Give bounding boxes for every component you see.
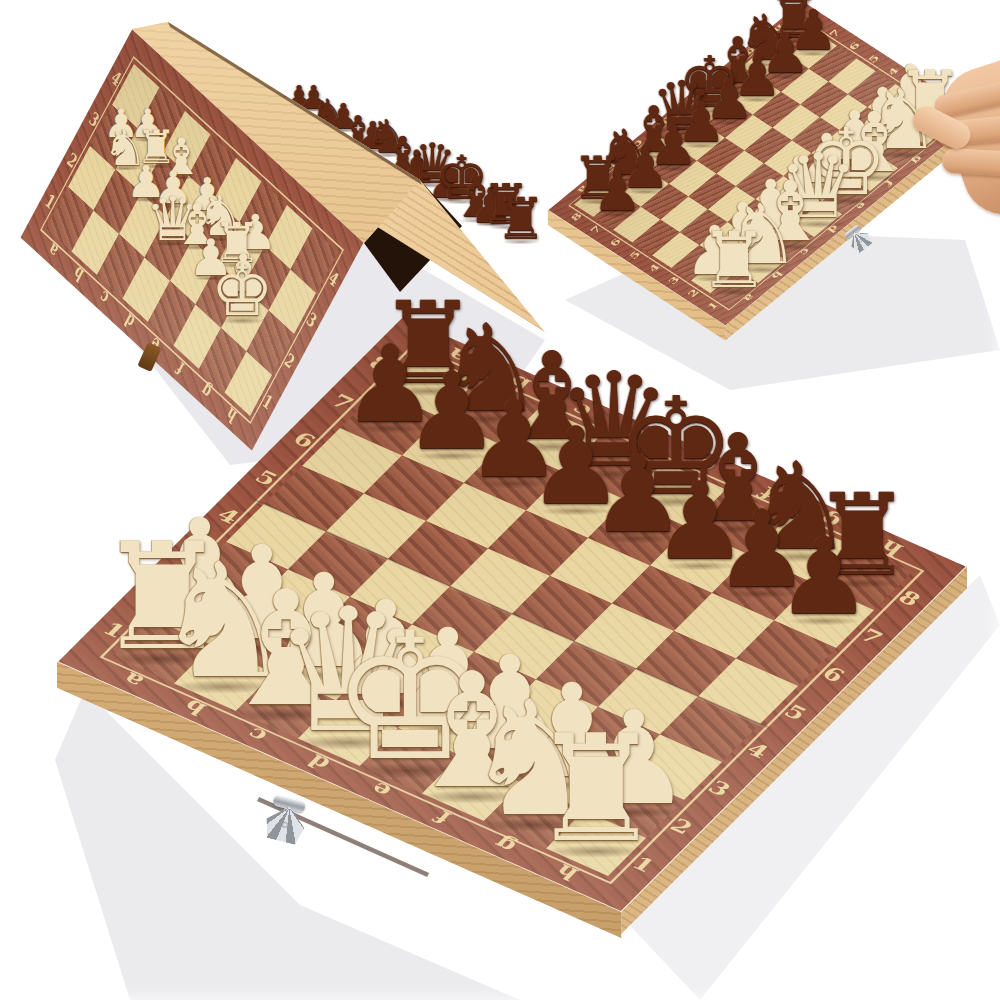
coord-rank-6-right: 6 [818, 664, 848, 685]
piece-dark-pawn: ♟ [776, 524, 871, 630]
coord-rank-5: 5 [251, 467, 281, 488]
clasp-latch-main [257, 787, 316, 854]
coord-rank-5-right: 5 [780, 702, 810, 723]
coord-rank-3-right: 3 [704, 778, 734, 799]
product-photo-canvas: ♟♟♞♟♝♟♞♝♟♛♟♚♝♟♜♜abcdefgh11223344♟♟♞♜♟♝♟♛… [0, 0, 1000, 1000]
piece-white-rook: ♜ [530, 716, 663, 864]
coord-rank-4-right: 4 [742, 740, 772, 761]
coord-rank-6: 6 [289, 429, 319, 450]
view-main-board: aabbccddeeffgghh1122334455667788♜♞♝♛♚♝♞♜… [0, 0, 1000, 1000]
